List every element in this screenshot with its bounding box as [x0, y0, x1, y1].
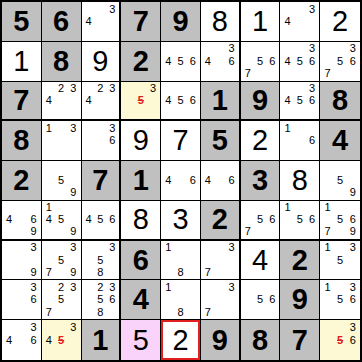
- cell-r9c3[interactable]: 1: [82, 320, 122, 360]
- pencilmarks: 3579: [43, 242, 80, 279]
- pencilmarks: 46: [202, 162, 238, 199]
- candidate: 1: [43, 202, 55, 214]
- cell-r8c7[interactable]: 56: [241, 280, 281, 320]
- cell-r9c1[interactable]: 346: [2, 320, 42, 360]
- cell-r8c1[interactable]: 36: [2, 280, 42, 320]
- pencilmarks: 2357: [43, 281, 80, 318]
- cell-r3c7[interactable]: 9: [241, 82, 281, 122]
- cell-r3c6[interactable]: 1: [201, 82, 241, 122]
- pencilmarks: 18: [162, 281, 199, 318]
- cell-r4c9[interactable]: 4: [320, 121, 360, 161]
- cell-r2c7[interactable]: 567: [241, 42, 281, 82]
- candidate: 6: [106, 294, 118, 306]
- candidate: 3: [226, 43, 238, 55]
- candidate: 3: [67, 281, 79, 293]
- pencilmarks: 346: [3, 321, 40, 359]
- cell-r9c2[interactable]: 345: [42, 320, 82, 360]
- candidate: 6: [346, 214, 359, 226]
- cell-r4c8[interactable]: 16: [280, 121, 320, 161]
- given-digit: 7: [13, 86, 29, 115]
- cell-r1c1[interactable]: 5: [2, 2, 42, 42]
- given-digit: 1: [92, 326, 108, 355]
- cell-r2c3[interactable]: 9: [82, 42, 122, 82]
- cell-r5c3[interactable]: 7: [82, 161, 122, 201]
- pencilmarks: 59: [321, 162, 359, 199]
- candidate: 2: [55, 281, 67, 293]
- candidate: 4: [3, 334, 15, 347]
- candidate: 5: [94, 214, 106, 226]
- pencilmarks: 234: [83, 83, 119, 119]
- given-digit: 9: [252, 86, 268, 115]
- cell-r4c1[interactable]: 8: [2, 121, 42, 161]
- cell-r7c4[interactable]: 6: [121, 241, 161, 281]
- candidate: 6: [187, 174, 199, 186]
- cell-r7c8[interactable]: 2: [280, 241, 320, 281]
- cell-r8c2[interactable]: 2357: [42, 280, 82, 320]
- candidate: 7: [242, 226, 254, 238]
- cell-r7c2[interactable]: 3579: [42, 241, 82, 281]
- candidate: 3: [67, 83, 79, 95]
- pencilmarks: 35: [122, 83, 159, 119]
- cell-r8c3[interactable]: 23568: [82, 280, 122, 320]
- given-digit: 2: [13, 166, 29, 195]
- candidate: 3: [106, 281, 118, 293]
- candidate: 3: [28, 242, 40, 254]
- cell-r6c5[interactable]: 3: [161, 201, 201, 241]
- given-digit: 2: [212, 205, 228, 234]
- candidate: 3: [346, 43, 359, 55]
- cell-r9c5[interactable]: 2: [161, 320, 201, 360]
- candidate: 2: [94, 281, 106, 293]
- cell-r5c7[interactable]: 3: [241, 161, 281, 201]
- cell-r4c3[interactable]: 36: [82, 121, 122, 161]
- candidate: 6: [346, 334, 359, 347]
- cell-r2c5[interactable]: 456: [161, 42, 201, 82]
- candidate: 3: [67, 242, 79, 254]
- candidate: 9: [346, 187, 359, 199]
- candidate: 1: [321, 202, 334, 214]
- user-digit: 9: [133, 126, 149, 155]
- user-digit: 2: [332, 7, 348, 36]
- pencilmarks: 37: [202, 242, 238, 279]
- candidate: 5: [174, 55, 186, 67]
- candidate: 3: [226, 281, 238, 293]
- cell-r9c8[interactable]: 7: [280, 320, 320, 360]
- given-digit: 6: [53, 7, 69, 36]
- candidate: 3: [306, 83, 318, 95]
- pencilmarks: 1459: [43, 202, 80, 238]
- candidate: 6: [226, 174, 238, 186]
- cell-r1c7[interactable]: 1: [241, 2, 281, 42]
- cell-r2c1[interactable]: 1: [2, 42, 42, 82]
- cell-r6c4[interactable]: 8: [121, 201, 161, 241]
- candidate: 4: [43, 334, 55, 347]
- cell-r4c5[interactable]: 7: [161, 121, 201, 161]
- cell-r5c4[interactable]: 1: [121, 161, 161, 201]
- candidate: 6: [266, 214, 278, 226]
- candidate: 4: [162, 94, 174, 106]
- candidate: 6: [306, 214, 318, 226]
- candidate: 1: [162, 242, 174, 254]
- candidate: 3: [106, 122, 118, 134]
- candidate: 1: [43, 122, 55, 134]
- candidate: 5: [55, 294, 67, 306]
- cell-r1c8[interactable]: 34: [280, 2, 320, 42]
- cell-r5c1[interactable]: 2: [2, 161, 42, 201]
- pencilmarks: 36: [83, 122, 119, 159]
- user-digit: 8: [292, 166, 308, 195]
- cell-r8c4[interactable]: 4: [121, 280, 161, 320]
- cell-r8c5[interactable]: 18: [161, 280, 201, 320]
- candidate: 1: [281, 202, 293, 214]
- candidate: 9: [67, 266, 79, 278]
- pencilmarks: 358: [83, 242, 119, 279]
- cell-r1c4[interactable]: 7: [121, 2, 161, 42]
- candidate: 6: [306, 135, 318, 147]
- candidate: 7: [321, 67, 334, 79]
- candidate: 3: [346, 281, 359, 293]
- pencilmarks: 456: [83, 202, 119, 238]
- cell-r3c9[interactable]: 8: [320, 82, 360, 122]
- candidate: 6: [346, 294, 359, 306]
- candidate: 2: [94, 83, 106, 95]
- pencilmarks: 365: [321, 321, 359, 359]
- cell-r7c6[interactable]: 37: [201, 241, 241, 281]
- given-digit: 7: [292, 326, 308, 355]
- cell-r2c9[interactable]: 3567: [320, 42, 360, 82]
- eliminated-candidate: 5: [135, 94, 147, 106]
- given-digit: 9: [212, 326, 228, 355]
- candidate: 5: [334, 55, 347, 67]
- candidate: 7: [321, 226, 334, 238]
- candidate: 5: [254, 55, 266, 67]
- candidate: 7: [202, 306, 214, 318]
- candidate: 4: [43, 94, 55, 106]
- candidate: 4: [162, 55, 174, 67]
- cell-r5c5[interactable]: 46: [161, 161, 201, 201]
- pencilmarks: 567: [242, 202, 279, 238]
- candidate: 5: [55, 174, 67, 186]
- cell-r5c9[interactable]: 59: [320, 161, 360, 201]
- cell-r9c4[interactable]: 5: [121, 320, 161, 360]
- candidate: 3: [306, 43, 318, 55]
- candidate: 4: [83, 15, 95, 27]
- pencilmarks: 34: [281, 3, 318, 40]
- cell-r2c2[interactable]: 8: [42, 42, 82, 82]
- user-digit: 1: [252, 7, 268, 36]
- user-digit: 4: [252, 246, 268, 275]
- candidate: 5: [294, 214, 306, 226]
- given-digit: 1: [212, 86, 228, 115]
- user-digit: 3: [172, 205, 188, 234]
- cell-r1c2[interactable]: 6: [42, 2, 82, 42]
- candidate: 6: [266, 294, 278, 306]
- candidate: 3: [67, 122, 79, 134]
- candidate: 9: [67, 226, 79, 238]
- cell-r9c9[interactable]: 365: [320, 320, 360, 360]
- cell-r4c2[interactable]: 13: [42, 121, 82, 161]
- candidate: 6: [28, 294, 40, 306]
- candidate: 5: [334, 254, 347, 266]
- candidate: 1: [281, 122, 293, 134]
- candidate: 3: [28, 281, 40, 293]
- cell-r3c3[interactable]: 234: [82, 82, 122, 122]
- candidate: 5: [294, 55, 306, 67]
- candidate: 1: [321, 242, 334, 254]
- pencilmarks: 39: [3, 242, 40, 279]
- candidate: 4: [83, 214, 95, 226]
- pencilmarks: 13: [43, 122, 80, 159]
- candidate: 3: [28, 321, 40, 334]
- pencilmarks: 3456: [281, 43, 318, 80]
- candidate: 5: [334, 214, 347, 226]
- eliminated-candidate: 5: [334, 334, 347, 347]
- cell-r9c6[interactable]: 9: [201, 320, 241, 360]
- cell-r9c7[interactable]: 8: [241, 320, 281, 360]
- candidate: 5: [94, 294, 106, 306]
- candidate: 5: [334, 174, 347, 186]
- cell-r7c3[interactable]: 358: [82, 241, 122, 281]
- cell-r3c1[interactable]: 7: [2, 82, 42, 122]
- pencilmarks: 456: [162, 43, 199, 80]
- pencilmarks: 59: [43, 162, 80, 199]
- given-digit: 9: [292, 285, 308, 314]
- pencilmarks: 23568: [83, 281, 119, 318]
- cell-r3c4[interactable]: 35: [121, 82, 161, 122]
- candidate: 9: [67, 187, 79, 199]
- cell-r6c8[interactable]: 156: [280, 201, 320, 241]
- pencilmarks: 16: [281, 122, 318, 159]
- pencilmarks: 37: [202, 281, 238, 318]
- cell-r6c9[interactable]: 15679: [320, 201, 360, 241]
- cell-r1c6[interactable]: 8: [201, 2, 241, 42]
- candidate: 3: [106, 3, 118, 15]
- candidate: 4: [3, 214, 15, 226]
- given-digit: 4: [133, 285, 149, 314]
- given-digit: 2: [133, 47, 149, 76]
- candidate: 7: [242, 67, 254, 79]
- pencilmarks: 3456: [281, 83, 318, 119]
- pencilmarks: 469: [3, 202, 40, 238]
- candidate: 6: [28, 214, 40, 226]
- pencilmarks: 135: [321, 242, 359, 279]
- cell-r6c2[interactable]: 1459: [42, 201, 82, 241]
- pencilmarks: 1356: [321, 281, 359, 318]
- pencilmarks: 234: [43, 83, 80, 119]
- candidate: 8: [94, 306, 106, 318]
- candidate: 9: [28, 226, 40, 238]
- candidate: 1: [162, 281, 174, 293]
- cell-r7c5[interactable]: 18: [161, 241, 201, 281]
- candidate: 3: [67, 321, 79, 334]
- cell-r1c9[interactable]: 2: [320, 2, 360, 42]
- user-digit: 8: [133, 205, 149, 234]
- user-digit: 1: [13, 47, 29, 76]
- given-digit: 2: [292, 246, 308, 275]
- candidate: 7: [43, 266, 55, 278]
- candidate: 5: [334, 294, 347, 306]
- cell-r4c4[interactable]: 9: [121, 121, 161, 161]
- user-digit: 2: [172, 326, 188, 355]
- candidate: 6: [106, 214, 118, 226]
- candidate: 4: [281, 15, 293, 27]
- user-digit: 7: [172, 126, 188, 155]
- given-digit: 1: [133, 166, 149, 195]
- cell-r3c2[interactable]: 234: [42, 82, 82, 122]
- candidate: 3: [147, 83, 159, 95]
- eliminated-candidate: 5: [55, 334, 67, 347]
- pencilmarks: 34: [83, 3, 119, 40]
- pencilmarks: 18: [162, 242, 199, 279]
- candidate: 5: [174, 94, 186, 106]
- candidate: 6: [28, 334, 40, 347]
- cell-r8c6[interactable]: 37: [201, 280, 241, 320]
- candidate: 5: [254, 214, 266, 226]
- given-digit: 5: [13, 7, 29, 36]
- given-digit: 8: [252, 326, 268, 355]
- candidate: 6: [266, 55, 278, 67]
- candidate: 5: [254, 294, 266, 306]
- pencilmarks: 345: [43, 321, 80, 359]
- cell-r1c5[interactable]: 9: [161, 2, 201, 42]
- candidate: 3: [346, 321, 359, 334]
- pencilmarks: 15679: [321, 202, 359, 238]
- cell-r8c8[interactable]: 9: [280, 280, 320, 320]
- given-digit: 5: [212, 126, 228, 155]
- cell-r7c9[interactable]: 135: [320, 241, 360, 281]
- pencilmarks: 456: [162, 83, 199, 119]
- candidate: 7: [202, 266, 214, 278]
- candidate: 6: [306, 94, 318, 106]
- cell-r7c1[interactable]: 39: [2, 241, 42, 281]
- candidate: 8: [174, 266, 186, 278]
- candidate: 6: [226, 55, 238, 67]
- candidate: 7: [43, 306, 55, 318]
- pencilmarks: 56: [242, 281, 279, 318]
- cell-r6c1[interactable]: 469: [2, 201, 42, 241]
- pencilmarks: 346: [202, 43, 238, 80]
- candidate: 9: [346, 226, 359, 238]
- candidate: 4: [281, 55, 293, 67]
- candidate: 3: [106, 242, 118, 254]
- given-digit: 7: [92, 166, 108, 195]
- cell-r2c4[interactable]: 2: [121, 42, 161, 82]
- cell-r1c3[interactable]: 34: [82, 2, 122, 42]
- candidate: 4: [202, 174, 214, 186]
- candidate: 4: [43, 214, 55, 226]
- user-digit: 8: [212, 7, 228, 36]
- pencilmarks: 156: [281, 202, 318, 238]
- candidate: 4: [83, 94, 95, 106]
- candidate: 6: [187, 55, 199, 67]
- cell-r5c8[interactable]: 8: [280, 161, 320, 201]
- cell-r6c6[interactable]: 2: [201, 201, 241, 241]
- cell-r5c6[interactable]: 46: [201, 161, 241, 201]
- candidate: 3: [106, 83, 118, 95]
- given-digit: 8: [53, 47, 69, 76]
- candidate: 8: [94, 266, 106, 278]
- candidate: 1: [321, 281, 334, 293]
- pencilmarks: 3567: [321, 43, 359, 80]
- given-digit: 8: [332, 86, 348, 115]
- candidate: 5: [55, 254, 67, 266]
- user-digit: 2: [252, 126, 268, 155]
- candidate: 3: [306, 3, 318, 15]
- cell-r5c2[interactable]: 59: [42, 161, 82, 201]
- given-digit: 4: [332, 126, 348, 155]
- cell-r6c7[interactable]: 567: [241, 201, 281, 241]
- sudoku-board: 5634798134218924563465673456356772342343…: [0, 0, 362, 362]
- given-digit: 9: [172, 7, 188, 36]
- cell-r4c6[interactable]: 5: [201, 121, 241, 161]
- candidate: 3: [346, 242, 359, 254]
- candidate: 4: [162, 174, 174, 186]
- candidate: 5: [294, 94, 306, 106]
- given-digit: 3: [252, 166, 268, 195]
- cell-r4c7[interactable]: 2: [241, 121, 281, 161]
- given-digit: 7: [133, 7, 149, 36]
- cell-r8c9[interactable]: 1356: [320, 280, 360, 320]
- cell-r2c8[interactable]: 3456: [280, 42, 320, 82]
- cell-r2c6[interactable]: 346: [201, 42, 241, 82]
- candidate: 6: [106, 135, 118, 147]
- user-digit: 9: [92, 47, 108, 76]
- candidate: 5: [55, 214, 67, 226]
- cell-r6c3[interactable]: 456: [82, 201, 122, 241]
- candidate: 9: [28, 266, 40, 278]
- candidate: 4: [281, 94, 293, 106]
- pencilmarks: 46: [162, 162, 199, 199]
- given-digit: 8: [13, 126, 29, 155]
- cell-r3c8[interactable]: 3456: [280, 82, 320, 122]
- candidate: 5: [94, 254, 106, 266]
- candidate: 2: [55, 83, 67, 95]
- cell-r3c5[interactable]: 456: [161, 82, 201, 122]
- cell-r7c7[interactable]: 4: [241, 241, 281, 281]
- given-digit: 6: [133, 246, 149, 275]
- user-digit: 5: [133, 326, 149, 355]
- candidate: 6: [346, 55, 359, 67]
- candidate: 6: [306, 55, 318, 67]
- pencilmarks: 567: [242, 43, 279, 80]
- candidate: 8: [174, 306, 186, 318]
- pencilmarks: 36: [3, 281, 40, 318]
- candidate: 3: [226, 242, 238, 254]
- candidate: 6: [187, 94, 199, 106]
- candidate: 4: [202, 55, 214, 67]
